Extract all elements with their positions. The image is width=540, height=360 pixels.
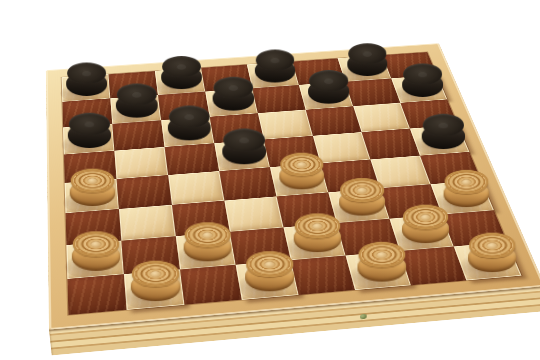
wood-man-r2c7[interactable] (401, 196, 448, 243)
square-r3c2[interactable] (119, 205, 176, 241)
wood-man-r1c6[interactable] (357, 233, 406, 282)
piece-center-ring (362, 52, 371, 57)
black-man-r8c3[interactable] (161, 49, 202, 90)
playing-grid (62, 52, 522, 315)
piece-center-ring (184, 114, 194, 120)
square-r5c2[interactable] (114, 147, 168, 179)
wood-man-r2c5[interactable] (293, 205, 341, 253)
square-r7c5[interactable] (252, 85, 305, 113)
black-man-r7c2[interactable] (115, 76, 157, 118)
square-r4c3[interactable] (168, 171, 224, 205)
wood-man-r3c8[interactable] (443, 162, 489, 208)
piece-center-ring (312, 223, 323, 229)
piece-center-ring (420, 215, 431, 221)
piece-center-ring (176, 64, 185, 70)
piece-center-ring (132, 92, 142, 98)
square-r1c6[interactable] (346, 251, 411, 290)
board-left-edge (46, 70, 52, 355)
wood-man-r4c1[interactable] (69, 161, 115, 207)
black-man-r6c3[interactable] (167, 98, 210, 141)
square-r8c3[interactable] (155, 68, 205, 95)
square-r2c1[interactable] (66, 241, 124, 279)
hinge-screw (360, 314, 367, 320)
piece-center-ring (84, 122, 94, 128)
black-man-r8c1[interactable] (66, 55, 107, 96)
square-r4c5[interactable] (270, 163, 328, 196)
black-man-r7c4[interactable] (212, 69, 254, 111)
piece-center-ring (270, 58, 279, 64)
piece-center-ring (296, 162, 306, 168)
piece-center-ring (87, 178, 97, 184)
square-r4c2[interactable] (117, 175, 172, 209)
wood-man-r2c1[interactable] (71, 223, 119, 271)
piece-center-ring (418, 72, 427, 78)
square-r8c5[interactable] (247, 61, 299, 88)
piece-center-ring (228, 85, 237, 91)
square-r1c5[interactable] (291, 256, 355, 295)
piece-center-ring (438, 123, 448, 129)
checkers-photo-scene (0, 0, 540, 360)
square-r5c3[interactable] (165, 143, 220, 175)
piece-center-ring (264, 261, 275, 268)
square-r8c1[interactable] (62, 74, 111, 102)
piece-center-ring (82, 71, 91, 77)
square-r7c4[interactable] (205, 88, 258, 116)
square-r3c4[interactable] (224, 196, 283, 231)
square-r6c2[interactable] (112, 120, 164, 150)
square-r6c3[interactable] (161, 117, 214, 147)
square-r4c1[interactable] (65, 179, 119, 213)
square-r1c2[interactable] (124, 269, 185, 309)
square-r6c1[interactable] (63, 124, 114, 155)
piece-center-ring (90, 241, 101, 248)
wood-man-r1c2[interactable] (130, 252, 180, 302)
black-man-r8c7[interactable] (347, 36, 387, 76)
wood-man-r1c4[interactable] (245, 242, 294, 291)
square-r4c4[interactable] (219, 167, 276, 200)
square-r1c7[interactable] (400, 246, 466, 285)
square-r5c4[interactable] (214, 140, 270, 172)
checkers-board (46, 43, 540, 329)
square-r2c3[interactable] (176, 232, 236, 270)
piece-center-ring (376, 252, 387, 259)
black-man-r5c4[interactable] (222, 121, 266, 165)
wood-man-r2c3[interactable] (183, 214, 231, 262)
piece-center-ring (239, 138, 249, 144)
wood-man-r1c8[interactable] (468, 224, 516, 272)
wood-man-r4c5[interactable] (279, 145, 324, 190)
piece-center-ring (356, 188, 366, 194)
wood-man-r3c6[interactable] (339, 170, 385, 216)
piece-center-ring (486, 243, 497, 250)
square-r7c6[interactable] (299, 82, 353, 110)
black-man-r7c6[interactable] (308, 63, 349, 104)
square-r6c6[interactable] (306, 106, 362, 136)
black-man-r8c5[interactable] (254, 42, 294, 82)
square-r5c8[interactable] (410, 125, 469, 156)
piece-center-ring (149, 271, 160, 278)
square-r1c1[interactable] (67, 274, 126, 315)
piece-center-ring (461, 179, 471, 185)
piece-center-ring (324, 79, 333, 85)
square-r1c4[interactable] (236, 260, 299, 300)
square-r7c2[interactable] (110, 95, 161, 124)
black-man-r5c8[interactable] (421, 106, 464, 149)
piece-center-ring (202, 232, 213, 239)
square-r7c8[interactable] (391, 75, 447, 103)
square-r1c3[interactable] (180, 265, 242, 305)
square-r1c8[interactable] (454, 242, 522, 280)
black-man-r7c8[interactable] (402, 56, 443, 97)
black-man-r6c1[interactable] (67, 105, 110, 148)
